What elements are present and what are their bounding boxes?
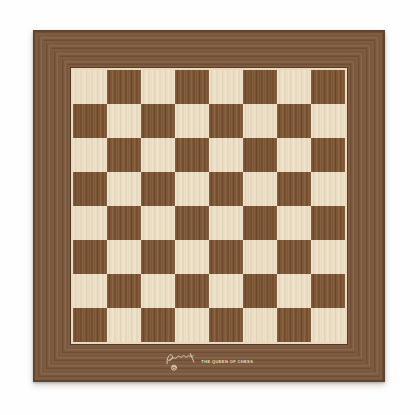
square-c1[interactable]	[141, 308, 175, 342]
square-e7[interactable]	[209, 104, 243, 138]
frame-rail-right	[347, 32, 383, 380]
square-a8[interactable]	[73, 70, 107, 104]
square-f8[interactable]	[243, 70, 277, 104]
square-g3[interactable]	[277, 240, 311, 274]
square-c2[interactable]	[141, 274, 175, 308]
square-d1[interactable]	[175, 308, 209, 342]
square-d5[interactable]	[175, 172, 209, 206]
square-f4[interactable]	[243, 206, 277, 240]
square-b5[interactable]	[107, 172, 141, 206]
square-e3[interactable]	[209, 240, 243, 274]
square-e2[interactable]	[209, 274, 243, 308]
square-g5[interactable]	[277, 172, 311, 206]
square-h1[interactable]	[311, 308, 345, 342]
square-g4[interactable]	[277, 206, 311, 240]
square-e8[interactable]	[209, 70, 243, 104]
square-h4[interactable]	[311, 206, 345, 240]
square-a7[interactable]	[73, 104, 107, 138]
square-f2[interactable]	[243, 274, 277, 308]
square-h8[interactable]	[311, 70, 345, 104]
chess-grid	[73, 70, 345, 342]
square-a5[interactable]	[73, 172, 107, 206]
square-a4[interactable]	[73, 206, 107, 240]
square-e1[interactable]	[209, 308, 243, 342]
square-g7[interactable]	[277, 104, 311, 138]
square-a2[interactable]	[73, 274, 107, 308]
square-c7[interactable]	[141, 104, 175, 138]
square-f3[interactable]	[243, 240, 277, 274]
square-d7[interactable]	[175, 104, 209, 138]
square-f1[interactable]	[243, 308, 277, 342]
square-g1[interactable]	[277, 308, 311, 342]
square-a1[interactable]	[73, 308, 107, 342]
square-b7[interactable]	[107, 104, 141, 138]
square-d6[interactable]	[175, 138, 209, 172]
square-f6[interactable]	[243, 138, 277, 172]
square-g2[interactable]	[277, 274, 311, 308]
square-a6[interactable]	[73, 138, 107, 172]
square-c8[interactable]	[141, 70, 175, 104]
wood-frame: THE QUEEN OF CHESS	[35, 32, 383, 380]
square-h5[interactable]	[311, 172, 345, 206]
square-b2[interactable]	[107, 274, 141, 308]
square-h7[interactable]	[311, 104, 345, 138]
playing-field	[71, 68, 347, 344]
square-e5[interactable]	[209, 172, 243, 206]
square-f5[interactable]	[243, 172, 277, 206]
chess-board: THE QUEEN OF CHESS	[33, 30, 385, 382]
square-d2[interactable]	[175, 274, 209, 308]
square-a3[interactable]	[73, 240, 107, 274]
square-c5[interactable]	[141, 172, 175, 206]
frame-rail-bottom	[35, 344, 383, 380]
square-c3[interactable]	[141, 240, 175, 274]
square-d4[interactable]	[175, 206, 209, 240]
square-b1[interactable]	[107, 308, 141, 342]
square-g8[interactable]	[277, 70, 311, 104]
square-h3[interactable]	[311, 240, 345, 274]
square-d8[interactable]	[175, 70, 209, 104]
square-b8[interactable]	[107, 70, 141, 104]
frame-rail-top	[35, 32, 383, 68]
square-b4[interactable]	[107, 206, 141, 240]
square-c4[interactable]	[141, 206, 175, 240]
square-d3[interactable]	[175, 240, 209, 274]
square-g6[interactable]	[277, 138, 311, 172]
square-f7[interactable]	[243, 104, 277, 138]
square-c6[interactable]	[141, 138, 175, 172]
square-e6[interactable]	[209, 138, 243, 172]
square-e4[interactable]	[209, 206, 243, 240]
square-h6[interactable]	[311, 138, 345, 172]
square-b6[interactable]	[107, 138, 141, 172]
frame-rail-left	[35, 32, 71, 380]
square-h2[interactable]	[311, 274, 345, 308]
square-b3[interactable]	[107, 240, 141, 274]
